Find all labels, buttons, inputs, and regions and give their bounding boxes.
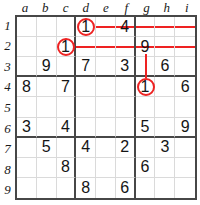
col-label-e: e [96,0,116,15]
col-label-d: d [76,0,96,15]
cell-b3[interactable]: 9 [37,57,57,77]
cell-b4[interactable] [37,77,57,97]
cell-b1[interactable] [37,17,57,37]
col-label-b: b [35,0,55,15]
cell-d7[interactable]: 4 [76,138,96,158]
cell-e3[interactable] [96,57,116,77]
cell-h8[interactable] [155,158,175,178]
cell-g5[interactable] [136,97,156,117]
cell-f8[interactable] [116,158,136,178]
red-circle-g4 [137,78,155,96]
cell-c7[interactable] [57,138,77,158]
row-label-8: 8 [0,159,15,180]
cell-d3[interactable]: 7 [76,57,96,77]
cell-g1[interactable] [136,17,156,37]
cell-i5[interactable] [175,97,195,117]
cell-d9[interactable]: 8 [76,178,96,198]
cell-d2[interactable] [76,37,96,57]
cell-i3[interactable] [175,57,195,77]
cell-c9[interactable] [57,178,77,198]
cell-b6[interactable] [37,118,57,138]
cell-i4[interactable]: 6 [175,77,195,97]
cell-i8[interactable] [175,158,195,178]
row-label-1: 1 [0,15,15,36]
cell-d8[interactable] [76,158,96,178]
cell-e8[interactable] [96,158,116,178]
row-label-3: 3 [0,56,15,77]
cell-g6[interactable]: 5 [136,118,156,138]
column-labels: abcdefghi [15,0,197,15]
cell-g8[interactable]: 6 [136,158,156,178]
cell-i7[interactable] [175,138,195,158]
cell-h9[interactable] [155,178,175,198]
col-label-f: f [116,0,136,15]
cell-c8[interactable]: 8 [57,158,77,178]
cell-e4[interactable] [96,77,116,97]
cell-g7[interactable] [136,138,156,158]
sudoku-diagram: abcdefghi 123456789 14199736871634595423… [0,0,200,205]
cell-a3[interactable] [17,57,37,77]
cell-a6[interactable]: 3 [17,118,37,138]
cell-c5[interactable] [57,97,77,117]
cell-a7[interactable] [17,138,37,158]
row-label-9: 9 [0,179,15,200]
cell-i6[interactable]: 9 [175,118,195,138]
col-label-c: c [55,0,75,15]
cell-d5[interactable] [76,97,96,117]
cell-d6[interactable] [76,118,96,138]
cell-b5[interactable] [37,97,57,117]
cell-h2[interactable] [155,37,175,57]
col-label-g: g [136,0,156,15]
cell-c1[interactable] [57,17,77,37]
col-label-h: h [157,0,177,15]
row-label-2: 2 [0,36,15,57]
row-label-5: 5 [0,97,15,118]
cell-a9[interactable] [17,178,37,198]
cell-b8[interactable] [37,158,57,178]
cell-b7[interactable]: 5 [37,138,57,158]
cell-d4[interactable] [76,77,96,97]
cell-b9[interactable] [37,178,57,198]
cell-f7[interactable]: 2 [116,138,136,158]
row-label-4: 4 [0,77,15,98]
cell-h1[interactable] [155,17,175,37]
cell-h4[interactable] [155,77,175,97]
sudoku-board: 141997368716345954238686 [15,15,197,200]
cell-f5[interactable] [116,97,136,117]
cell-a4[interactable]: 8 [17,77,37,97]
cell-i1[interactable] [175,17,195,37]
cell-b2[interactable] [37,37,57,57]
cell-i2[interactable] [175,37,195,57]
cell-e9[interactable] [96,178,116,198]
cell-f1[interactable]: 4 [116,17,136,37]
cell-h5[interactable] [155,97,175,117]
col-label-i: i [177,0,197,15]
cell-i9[interactable] [175,178,195,198]
cell-e5[interactable] [96,97,116,117]
cell-a1[interactable] [17,17,37,37]
cell-a8[interactable] [17,158,37,178]
cell-h3[interactable]: 6 [155,57,175,77]
cell-h7[interactable]: 3 [155,138,175,158]
cell-c6[interactable]: 4 [57,118,77,138]
cell-c3[interactable] [57,57,77,77]
cell-e2[interactable] [96,37,116,57]
row-label-6: 6 [0,118,15,139]
cell-a5[interactable] [17,97,37,117]
cell-e1[interactable] [96,17,116,37]
col-label-a: a [15,0,35,15]
red-link-g2-g4 [145,54,147,78]
cell-h6[interactable] [155,118,175,138]
cell-c4[interactable]: 7 [57,77,77,97]
row-label-7: 7 [0,138,15,159]
cell-f3[interactable]: 3 [116,57,136,77]
cell-f6[interactable] [116,118,136,138]
cell-a2[interactable] [17,37,37,57]
cell-f4[interactable] [116,77,136,97]
cell-f9[interactable]: 6 [116,178,136,198]
row-labels: 123456789 [0,15,15,200]
cell-g9[interactable] [136,178,156,198]
cell-e6[interactable] [96,118,116,138]
cell-f2[interactable] [116,37,136,57]
cell-e7[interactable] [96,138,116,158]
